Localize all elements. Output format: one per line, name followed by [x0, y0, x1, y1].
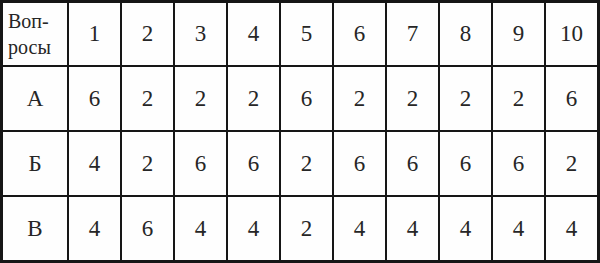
col-header-8: 8	[440, 3, 491, 65]
cell-b-9: 6	[493, 132, 544, 195]
corner-header-line-1: Воп-	[8, 8, 49, 34]
col-header-2: 2	[122, 3, 173, 65]
cell-v-4: 4	[228, 197, 279, 260]
col-header-10: 10	[546, 3, 597, 65]
cell-b-1: 4	[69, 132, 120, 195]
col-header-3: 3	[175, 3, 226, 65]
row-label-v: В	[3, 197, 67, 260]
cell-a-2: 2	[122, 67, 173, 130]
cell-a-9: 2	[493, 67, 544, 130]
col-header-4: 4	[228, 3, 279, 65]
cell-b-4: 6	[228, 132, 279, 195]
cell-b-3: 6	[175, 132, 226, 195]
cell-v-10: 4	[546, 197, 597, 260]
cell-a-4: 2	[228, 67, 279, 130]
col-header-5: 5	[281, 3, 332, 65]
cell-a-8: 2	[440, 67, 491, 130]
cell-v-7: 4	[387, 197, 438, 260]
col-header-7: 7	[387, 3, 438, 65]
cell-b-6: 6	[334, 132, 385, 195]
cell-a-1: 6	[69, 67, 120, 130]
row-label-b: Б	[3, 132, 67, 195]
corner-header: Воп- росы	[3, 3, 67, 65]
row-label-a: А	[3, 67, 67, 130]
cell-v-1: 4	[69, 197, 120, 260]
score-table: Воп- росы 1 2 3 4 5 6 7 8 9 10 А 6 2 2 2…	[0, 0, 600, 263]
cell-a-6: 2	[334, 67, 385, 130]
col-header-6: 6	[334, 3, 385, 65]
corner-header-line-2: росы	[8, 34, 51, 60]
cell-v-9: 4	[493, 197, 544, 260]
cell-v-8: 4	[440, 197, 491, 260]
cell-b-7: 6	[387, 132, 438, 195]
cell-b-5: 2	[281, 132, 332, 195]
cell-v-6: 4	[334, 197, 385, 260]
cell-v-3: 4	[175, 197, 226, 260]
cell-b-8: 6	[440, 132, 491, 195]
cell-v-2: 6	[122, 197, 173, 260]
cell-a-5: 6	[281, 67, 332, 130]
col-header-1: 1	[69, 3, 120, 65]
cell-a-3: 2	[175, 67, 226, 130]
cell-b-2: 2	[122, 132, 173, 195]
cell-v-5: 2	[281, 197, 332, 260]
scanned-page: Воп- росы 1 2 3 4 5 6 7 8 9 10 А 6 2 2 2…	[0, 0, 600, 263]
cell-b-10: 2	[546, 132, 597, 195]
cell-a-7: 2	[387, 67, 438, 130]
cell-a-10: 6	[546, 67, 597, 130]
col-header-9: 9	[493, 3, 544, 65]
